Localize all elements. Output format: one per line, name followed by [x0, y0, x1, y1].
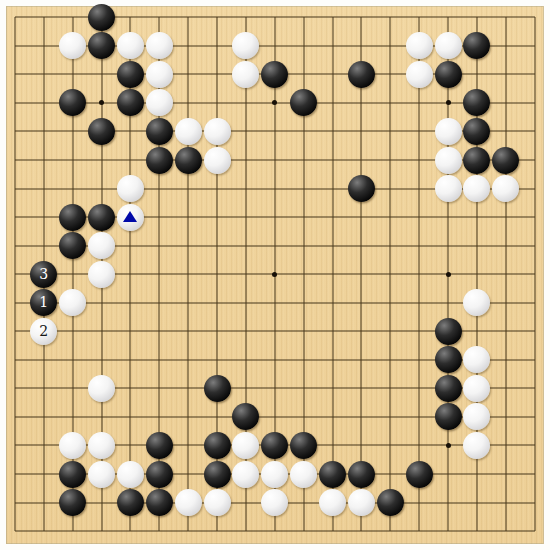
intersection[interactable] — [520, 146, 549, 175]
intersection[interactable] — [434, 146, 463, 175]
intersection[interactable] — [174, 89, 203, 118]
intersection[interactable] — [1, 374, 30, 403]
intersection[interactable] — [434, 346, 463, 375]
intersection[interactable] — [260, 117, 289, 146]
intersection[interactable] — [405, 117, 434, 146]
intersection[interactable] — [260, 288, 289, 317]
intersection[interactable] — [491, 60, 520, 89]
intersection[interactable] — [145, 288, 174, 317]
intersection[interactable] — [260, 146, 289, 175]
intersection[interactable] — [145, 146, 174, 175]
intersection[interactable] — [347, 3, 376, 32]
intersection[interactable] — [405, 288, 434, 317]
intersection[interactable] — [289, 374, 318, 403]
intersection[interactable] — [87, 203, 116, 232]
intersection[interactable] — [520, 60, 549, 89]
intersection[interactable] — [260, 60, 289, 89]
intersection[interactable] — [203, 89, 232, 118]
intersection[interactable] — [58, 32, 87, 61]
intersection[interactable] — [289, 89, 318, 118]
intersection[interactable] — [463, 32, 492, 61]
intersection[interactable] — [434, 488, 463, 517]
intersection[interactable] — [116, 460, 145, 489]
intersection[interactable] — [520, 517, 549, 546]
intersection[interactable] — [116, 231, 145, 260]
intersection[interactable] — [463, 117, 492, 146]
intersection[interactable] — [174, 403, 203, 432]
intersection[interactable] — [405, 146, 434, 175]
intersection[interactable] — [463, 460, 492, 489]
intersection[interactable] — [58, 260, 87, 289]
intersection[interactable] — [145, 260, 174, 289]
intersection[interactable] — [116, 374, 145, 403]
intersection[interactable] — [145, 403, 174, 432]
intersection[interactable] — [405, 403, 434, 432]
intersection[interactable] — [203, 117, 232, 146]
intersection[interactable] — [232, 346, 261, 375]
intersection[interactable] — [29, 488, 58, 517]
intersection[interactable] — [116, 32, 145, 61]
intersection[interactable] — [347, 89, 376, 118]
intersection[interactable] — [29, 174, 58, 203]
intersection[interactable] — [376, 346, 405, 375]
intersection[interactable] — [347, 260, 376, 289]
intersection[interactable] — [1, 3, 30, 32]
intersection[interactable] — [463, 260, 492, 289]
intersection[interactable] — [116, 431, 145, 460]
intersection[interactable] — [289, 431, 318, 460]
intersection[interactable] — [203, 203, 232, 232]
intersection[interactable] — [116, 317, 145, 346]
intersection[interactable] — [87, 32, 116, 61]
intersection[interactable] — [434, 460, 463, 489]
intersection[interactable] — [29, 431, 58, 460]
intersection[interactable] — [260, 317, 289, 346]
intersection[interactable] — [174, 460, 203, 489]
intersection[interactable] — [203, 403, 232, 432]
intersection[interactable] — [376, 517, 405, 546]
intersection[interactable] — [58, 460, 87, 489]
intersection[interactable] — [434, 403, 463, 432]
intersection[interactable] — [463, 231, 492, 260]
intersection[interactable] — [232, 117, 261, 146]
intersection[interactable] — [174, 374, 203, 403]
intersection[interactable] — [405, 231, 434, 260]
intersection[interactable] — [491, 288, 520, 317]
intersection[interactable] — [145, 89, 174, 118]
intersection[interactable] — [260, 431, 289, 460]
intersection[interactable] — [463, 60, 492, 89]
intersection[interactable] — [87, 488, 116, 517]
intersection[interactable] — [58, 403, 87, 432]
intersection[interactable] — [289, 488, 318, 517]
intersection[interactable] — [87, 3, 116, 32]
intersection[interactable] — [347, 174, 376, 203]
intersection[interactable] — [347, 346, 376, 375]
intersection[interactable] — [463, 89, 492, 118]
intersection[interactable] — [463, 203, 492, 232]
intersection[interactable] — [318, 288, 347, 317]
intersection[interactable] — [520, 431, 549, 460]
intersection[interactable] — [145, 431, 174, 460]
intersection[interactable] — [405, 346, 434, 375]
intersection[interactable] — [289, 517, 318, 546]
intersection[interactable] — [463, 488, 492, 517]
intersection[interactable] — [289, 117, 318, 146]
intersection[interactable] — [347, 231, 376, 260]
intersection[interactable] — [203, 317, 232, 346]
intersection[interactable] — [58, 231, 87, 260]
intersection[interactable] — [203, 374, 232, 403]
intersection[interactable] — [260, 260, 289, 289]
intersection[interactable] — [174, 288, 203, 317]
intersection[interactable] — [318, 3, 347, 32]
intersection[interactable] — [289, 32, 318, 61]
intersection[interactable] — [289, 288, 318, 317]
intersection[interactable] — [463, 431, 492, 460]
intersection[interactable] — [29, 517, 58, 546]
intersection[interactable] — [260, 174, 289, 203]
intersection[interactable] — [203, 3, 232, 32]
intersection[interactable] — [260, 460, 289, 489]
intersection[interactable] — [29, 403, 58, 432]
intersection[interactable] — [203, 231, 232, 260]
intersection[interactable] — [116, 488, 145, 517]
intersection[interactable] — [260, 346, 289, 375]
intersection[interactable]: 3 — [29, 260, 58, 289]
intersection[interactable] — [29, 32, 58, 61]
intersection[interactable] — [145, 174, 174, 203]
intersection[interactable] — [405, 374, 434, 403]
intersection[interactable] — [347, 517, 376, 546]
intersection[interactable] — [87, 317, 116, 346]
intersection[interactable] — [1, 174, 30, 203]
intersection[interactable] — [145, 231, 174, 260]
intersection[interactable] — [347, 403, 376, 432]
intersection[interactable] — [520, 288, 549, 317]
intersection[interactable] — [491, 203, 520, 232]
intersection[interactable] — [463, 374, 492, 403]
intersection[interactable] — [58, 174, 87, 203]
intersection[interactable] — [29, 374, 58, 403]
intersection[interactable] — [1, 89, 30, 118]
intersection[interactable] — [203, 146, 232, 175]
intersection[interactable] — [29, 60, 58, 89]
intersection[interactable] — [87, 146, 116, 175]
intersection[interactable] — [520, 260, 549, 289]
intersection[interactable] — [405, 32, 434, 61]
intersection[interactable] — [318, 488, 347, 517]
intersection[interactable] — [232, 317, 261, 346]
intersection[interactable] — [58, 374, 87, 403]
intersection[interactable] — [318, 517, 347, 546]
intersection[interactable] — [347, 288, 376, 317]
intersection[interactable] — [405, 174, 434, 203]
intersection[interactable] — [116, 174, 145, 203]
intersection[interactable] — [58, 431, 87, 460]
intersection[interactable] — [520, 117, 549, 146]
intersection[interactable] — [520, 346, 549, 375]
intersection[interactable] — [491, 488, 520, 517]
intersection[interactable] — [203, 346, 232, 375]
intersection[interactable] — [1, 60, 30, 89]
intersection[interactable] — [260, 403, 289, 432]
intersection[interactable] — [87, 260, 116, 289]
intersection[interactable] — [491, 3, 520, 32]
intersection[interactable] — [376, 203, 405, 232]
intersection[interactable] — [405, 460, 434, 489]
intersection[interactable] — [289, 146, 318, 175]
intersection[interactable] — [376, 3, 405, 32]
intersection[interactable] — [1, 431, 30, 460]
intersection[interactable] — [463, 403, 492, 432]
intersection[interactable] — [116, 288, 145, 317]
intersection[interactable] — [318, 174, 347, 203]
intersection[interactable] — [491, 231, 520, 260]
intersection[interactable] — [58, 288, 87, 317]
intersection[interactable] — [174, 3, 203, 32]
intersection[interactable] — [203, 174, 232, 203]
intersection[interactable] — [434, 288, 463, 317]
intersection[interactable] — [58, 60, 87, 89]
intersection[interactable] — [434, 32, 463, 61]
intersection[interactable] — [434, 260, 463, 289]
intersection[interactable] — [318, 117, 347, 146]
intersection[interactable] — [289, 403, 318, 432]
intersection[interactable] — [491, 32, 520, 61]
intersection[interactable] — [1, 403, 30, 432]
intersection[interactable] — [463, 517, 492, 546]
intersection[interactable] — [491, 174, 520, 203]
intersection[interactable]: 2 — [29, 317, 58, 346]
intersection[interactable] — [174, 117, 203, 146]
intersection[interactable] — [405, 3, 434, 32]
intersection[interactable] — [232, 260, 261, 289]
intersection[interactable] — [1, 146, 30, 175]
intersection[interactable] — [58, 146, 87, 175]
intersection[interactable] — [520, 3, 549, 32]
intersection[interactable] — [174, 231, 203, 260]
intersection[interactable] — [1, 460, 30, 489]
intersection[interactable] — [203, 517, 232, 546]
intersection[interactable] — [174, 488, 203, 517]
intersection[interactable] — [174, 517, 203, 546]
intersection[interactable] — [520, 403, 549, 432]
intersection[interactable] — [116, 60, 145, 89]
intersection[interactable] — [145, 346, 174, 375]
intersection[interactable] — [491, 260, 520, 289]
intersection[interactable] — [174, 317, 203, 346]
intersection[interactable] — [434, 517, 463, 546]
intersection[interactable] — [174, 174, 203, 203]
intersection[interactable] — [145, 488, 174, 517]
intersection[interactable] — [376, 403, 405, 432]
intersection[interactable] — [520, 460, 549, 489]
intersection[interactable] — [376, 488, 405, 517]
intersection[interactable] — [145, 203, 174, 232]
intersection[interactable] — [203, 460, 232, 489]
intersection[interactable] — [174, 32, 203, 61]
intersection[interactable] — [434, 317, 463, 346]
intersection[interactable]: 1 — [29, 288, 58, 317]
intersection[interactable] — [260, 374, 289, 403]
intersection[interactable] — [232, 374, 261, 403]
intersection[interactable] — [463, 146, 492, 175]
intersection[interactable] — [491, 117, 520, 146]
intersection[interactable] — [318, 260, 347, 289]
intersection[interactable] — [87, 346, 116, 375]
intersection[interactable] — [405, 488, 434, 517]
intersection[interactable] — [29, 3, 58, 32]
intersection[interactable] — [289, 460, 318, 489]
intersection[interactable] — [491, 403, 520, 432]
intersection[interactable] — [318, 431, 347, 460]
intersection[interactable] — [116, 517, 145, 546]
intersection[interactable] — [174, 346, 203, 375]
intersection[interactable] — [491, 346, 520, 375]
intersection[interactable] — [434, 3, 463, 32]
intersection[interactable] — [289, 231, 318, 260]
intersection[interactable] — [145, 117, 174, 146]
intersection[interactable] — [318, 460, 347, 489]
intersection[interactable] — [29, 231, 58, 260]
intersection[interactable] — [318, 203, 347, 232]
intersection[interactable] — [260, 517, 289, 546]
intersection[interactable] — [58, 346, 87, 375]
intersection[interactable] — [520, 374, 549, 403]
intersection[interactable] — [203, 32, 232, 61]
intersection[interactable] — [520, 203, 549, 232]
intersection[interactable] — [405, 89, 434, 118]
intersection[interactable] — [289, 260, 318, 289]
intersection[interactable] — [289, 3, 318, 32]
intersection[interactable] — [376, 260, 405, 289]
intersection[interactable] — [347, 431, 376, 460]
intersection[interactable] — [289, 203, 318, 232]
intersection[interactable] — [289, 174, 318, 203]
intersection[interactable] — [520, 231, 549, 260]
intersection[interactable] — [203, 288, 232, 317]
intersection[interactable] — [491, 517, 520, 546]
intersection[interactable] — [491, 460, 520, 489]
intersection[interactable] — [87, 288, 116, 317]
intersection[interactable] — [232, 3, 261, 32]
intersection[interactable] — [434, 174, 463, 203]
intersection[interactable] — [318, 32, 347, 61]
intersection[interactable] — [434, 374, 463, 403]
intersection[interactable] — [1, 517, 30, 546]
intersection[interactable] — [491, 374, 520, 403]
intersection[interactable] — [1, 117, 30, 146]
intersection[interactable] — [376, 431, 405, 460]
intersection[interactable] — [145, 32, 174, 61]
intersection[interactable] — [347, 117, 376, 146]
intersection[interactable] — [58, 517, 87, 546]
intersection[interactable] — [174, 60, 203, 89]
intersection[interactable] — [260, 488, 289, 517]
intersection[interactable] — [463, 3, 492, 32]
intersection[interactable] — [145, 60, 174, 89]
intersection[interactable] — [491, 317, 520, 346]
intersection[interactable] — [1, 488, 30, 517]
intersection[interactable] — [434, 231, 463, 260]
intersection[interactable] — [405, 203, 434, 232]
intersection[interactable] — [58, 317, 87, 346]
intersection[interactable] — [376, 460, 405, 489]
intersection[interactable] — [318, 89, 347, 118]
intersection[interactable] — [116, 346, 145, 375]
intersection[interactable] — [434, 203, 463, 232]
intersection[interactable] — [87, 60, 116, 89]
intersection[interactable] — [347, 60, 376, 89]
intersection[interactable] — [463, 174, 492, 203]
intersection[interactable] — [87, 460, 116, 489]
intersection[interactable] — [520, 32, 549, 61]
intersection[interactable] — [232, 146, 261, 175]
intersection[interactable] — [376, 231, 405, 260]
intersection[interactable] — [232, 403, 261, 432]
intersection[interactable] — [145, 460, 174, 489]
intersection[interactable] — [174, 146, 203, 175]
intersection[interactable] — [260, 3, 289, 32]
intersection[interactable] — [116, 146, 145, 175]
intersection[interactable] — [232, 431, 261, 460]
intersection[interactable] — [347, 317, 376, 346]
intersection[interactable] — [203, 431, 232, 460]
intersection[interactable] — [318, 403, 347, 432]
intersection[interactable] — [232, 89, 261, 118]
intersection[interactable] — [260, 203, 289, 232]
intersection[interactable] — [203, 60, 232, 89]
intersection[interactable] — [260, 231, 289, 260]
intersection[interactable] — [116, 260, 145, 289]
intersection[interactable] — [87, 431, 116, 460]
intersection[interactable] — [87, 174, 116, 203]
intersection[interactable] — [434, 89, 463, 118]
intersection[interactable] — [232, 203, 261, 232]
intersection[interactable] — [289, 317, 318, 346]
intersection[interactable] — [232, 174, 261, 203]
intersection[interactable] — [58, 488, 87, 517]
intersection[interactable] — [491, 146, 520, 175]
intersection[interactable] — [116, 117, 145, 146]
intersection[interactable] — [29, 346, 58, 375]
intersection[interactable] — [318, 231, 347, 260]
intersection[interactable] — [434, 431, 463, 460]
intersection[interactable] — [174, 203, 203, 232]
intersection[interactable] — [232, 231, 261, 260]
intersection[interactable] — [232, 460, 261, 489]
intersection[interactable] — [1, 203, 30, 232]
intersection[interactable] — [405, 260, 434, 289]
intersection[interactable] — [318, 317, 347, 346]
intersection[interactable] — [376, 146, 405, 175]
intersection[interactable] — [520, 488, 549, 517]
intersection[interactable] — [174, 431, 203, 460]
intersection[interactable] — [116, 403, 145, 432]
intersection[interactable] — [29, 460, 58, 489]
intersection[interactable] — [87, 117, 116, 146]
intersection[interactable] — [463, 288, 492, 317]
intersection[interactable] — [203, 488, 232, 517]
intersection[interactable] — [58, 89, 87, 118]
intersection[interactable] — [29, 89, 58, 118]
intersection[interactable] — [491, 431, 520, 460]
intersection[interactable] — [1, 288, 30, 317]
intersection[interactable] — [232, 517, 261, 546]
intersection[interactable] — [318, 146, 347, 175]
intersection[interactable] — [116, 3, 145, 32]
